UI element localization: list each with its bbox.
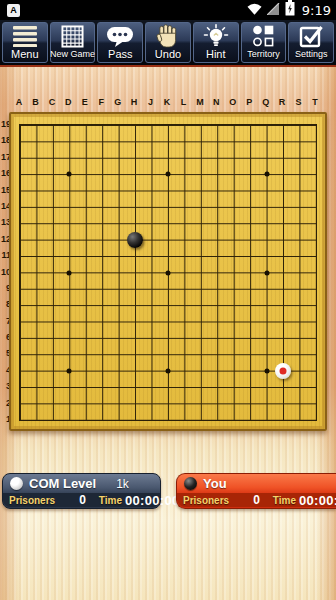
white-stone (275, 363, 291, 379)
signal-icon (267, 1, 280, 19)
white-stone-icon (10, 477, 23, 490)
black-stone-icon (184, 477, 197, 490)
com-panel-header: COM Level 1k (3, 474, 160, 493)
star-point (264, 270, 269, 275)
com-time-value: 00:00:00 (125, 493, 179, 508)
you-time-label: Time (273, 495, 296, 506)
notification-app-icon: A (7, 4, 20, 17)
toolbar-button-hint[interactable]: Hint (193, 22, 239, 63)
you-time-value: 00:00:00 (299, 493, 336, 508)
toolbar-button-pass[interactable]: Pass (97, 22, 143, 63)
battery-charging-icon (285, 0, 295, 20)
star-point (166, 368, 171, 373)
column-label: T (312, 97, 318, 107)
player-panel-white-com: COM Level 1k Prisoners 0 Time 00:00:00 (2, 473, 161, 509)
column-label: R (279, 97, 286, 107)
star-point (67, 270, 72, 275)
column-label: J (148, 97, 153, 107)
speech-bubble-icon (106, 24, 134, 48)
com-player-name: COM Level (29, 476, 96, 491)
star-point (166, 172, 171, 177)
wifi-icon (247, 1, 262, 19)
board-column-labels: ABCDEFGHJKLMNOPQRST (19, 97, 315, 110)
toolbar-button-label: New Game (50, 48, 95, 61)
toolbar: MenuNew GamePassUndoHintTerritorySetting… (0, 20, 336, 65)
toolbar-button-label: Menu (11, 48, 39, 61)
settings-check-icon (299, 24, 323, 48)
toolbar-button-territory[interactable]: Territory (241, 22, 287, 63)
com-prisoners-label: Prisoners (9, 495, 55, 506)
com-player-rank: 1k (116, 477, 129, 491)
you-prisoners-count: 0 (253, 493, 260, 507)
player-panel-black-you: You Prisoners 0 Time 00:00:00 (176, 473, 336, 509)
column-label: E (82, 97, 88, 107)
column-label: O (229, 97, 236, 107)
column-label: F (98, 97, 104, 107)
toolbar-button-label: Settings (295, 48, 328, 61)
menu-icon (13, 24, 37, 48)
toolbar-button-undo[interactable]: Undo (145, 22, 191, 63)
column-label: L (181, 97, 187, 107)
toolbar-button-label: Territory (247, 48, 280, 61)
territory-icon (251, 24, 275, 48)
go-board (9, 112, 327, 431)
last-move-marker (280, 367, 287, 374)
column-label: N (213, 97, 220, 107)
clock-time: 9:19 (302, 3, 331, 18)
status-bar-right: 9:19 (247, 0, 331, 20)
column-label: H (131, 97, 138, 107)
hand-icon (156, 24, 180, 48)
board-grid[interactable] (19, 124, 317, 421)
new-game-grid-icon (61, 24, 84, 48)
toolbar-button-label: Hint (206, 48, 226, 61)
column-label: Q (262, 97, 269, 107)
column-label: B (32, 97, 39, 107)
column-label: M (196, 97, 204, 107)
you-panel-header: You (177, 474, 336, 493)
lightbulb-icon (203, 24, 229, 48)
star-point (264, 172, 269, 177)
column-label: G (114, 97, 121, 107)
column-label: S (296, 97, 302, 107)
black-stone (127, 232, 143, 248)
you-player-name: You (203, 476, 227, 491)
column-label: K (164, 97, 171, 107)
toolbar-button-menu[interactable]: Menu (2, 22, 48, 63)
toolbar-button-new-game[interactable]: New Game (50, 22, 96, 63)
status-bar: A 9:19 (0, 0, 336, 20)
you-panel-stats: Prisoners 0 Time 00:00:00 (177, 493, 336, 507)
column-label: A (16, 97, 23, 107)
toolbar-button-label: Pass (108, 48, 132, 61)
you-prisoners-label: Prisoners (183, 495, 229, 506)
column-label: P (246, 97, 252, 107)
star-point (67, 172, 72, 177)
com-prisoners-count: 0 (79, 493, 86, 507)
toolbar-button-label: Undo (155, 48, 181, 61)
com-panel-stats: Prisoners 0 Time 00:00:00 (3, 493, 160, 507)
star-point (166, 270, 171, 275)
column-label: C (49, 97, 56, 107)
star-point (264, 368, 269, 373)
star-point (67, 368, 72, 373)
column-label: D (65, 97, 72, 107)
com-time-label: Time (99, 495, 122, 506)
app-screen: A 9:19 MenuNew GamePassUndoHintTerritory… (0, 0, 336, 600)
toolbar-button-settings[interactable]: Settings (288, 22, 334, 63)
